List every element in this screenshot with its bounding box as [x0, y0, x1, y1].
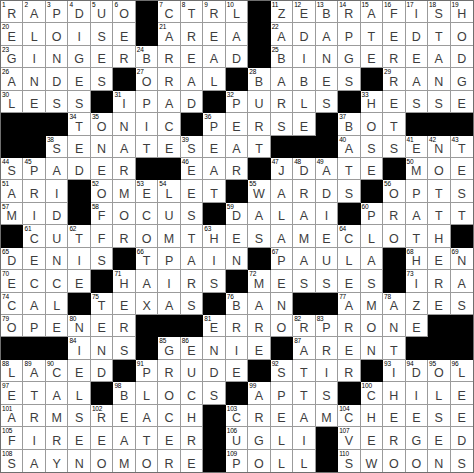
grid-cell[interactable]: N	[428, 68, 450, 90]
grid-cell[interactable]: P	[406, 180, 428, 202]
grid-cell[interactable]: 67P	[271, 248, 293, 270]
grid-cell[interactable]: 78A	[383, 293, 405, 315]
grid-cell[interactable]: C	[136, 203, 158, 225]
grid-cell[interactable]: 77A	[338, 293, 360, 315]
grid-cell[interactable]: 90C	[46, 360, 68, 382]
grid-cell[interactable]: S	[406, 91, 428, 113]
grid-cell[interactable]: E	[451, 382, 473, 404]
grid-cell[interactable]: A	[23, 450, 45, 472]
grid-cell[interactable]: S	[68, 91, 90, 113]
grid-cell[interactable]: R	[271, 91, 293, 113]
grid-cell[interactable]: 56O	[383, 180, 405, 202]
grid-cell[interactable]: 45P	[23, 158, 45, 180]
grid-cell[interactable]: 87A	[293, 337, 315, 359]
grid-cell[interactable]: O	[136, 450, 158, 472]
grid-cell[interactable]: P	[271, 382, 293, 404]
grid-cell[interactable]: S	[316, 91, 338, 113]
grid-cell[interactable]: C	[181, 382, 203, 404]
grid-cell[interactable]: R	[428, 270, 450, 292]
grid-cell[interactable]: R	[113, 158, 135, 180]
grid-cell[interactable]: O	[113, 203, 135, 225]
grid-cell[interactable]: O	[136, 225, 158, 247]
grid-cell[interactable]: L	[68, 382, 90, 404]
grid-cell[interactable]: 101A	[1, 405, 23, 427]
grid-cell[interactable]: L	[23, 23, 45, 45]
grid-cell[interactable]: S	[91, 68, 113, 90]
grid-cell[interactable]: I	[46, 180, 68, 202]
grid-cell[interactable]: S	[113, 337, 135, 359]
grid-cell[interactable]: L	[338, 248, 360, 270]
grid-cell[interactable]: I	[316, 360, 338, 382]
grid-cell[interactable]: E	[451, 405, 473, 427]
grid-cell[interactable]: U	[158, 203, 180, 225]
grid-cell[interactable]: I	[293, 427, 315, 449]
grid-cell[interactable]: I	[293, 46, 315, 68]
grid-cell[interactable]: R	[248, 405, 270, 427]
grid-cell[interactable]: T	[136, 136, 158, 158]
grid-cell[interactable]: R	[158, 68, 180, 90]
grid-cell[interactable]: D	[451, 427, 473, 449]
grid-cell[interactable]: 13B	[316, 1, 338, 23]
grid-cell[interactable]: H	[428, 225, 450, 247]
grid-cell[interactable]: S	[428, 405, 450, 427]
grid-cell[interactable]: E	[248, 337, 270, 359]
grid-cell[interactable]: I	[23, 203, 45, 225]
grid-cell[interactable]: M	[113, 180, 135, 202]
grid-cell[interactable]: H	[181, 405, 203, 427]
grid-cell[interactable]: 37B	[338, 113, 360, 135]
grid-cell[interactable]: R	[383, 427, 405, 449]
grid-cell[interactable]: R	[113, 315, 135, 337]
grid-cell[interactable]: G	[451, 68, 473, 90]
grid-cell[interactable]: G	[406, 427, 428, 449]
grid-cell[interactable]: G	[68, 46, 90, 68]
grid-cell[interactable]: T	[451, 203, 473, 225]
grid-cell[interactable]: B	[293, 68, 315, 90]
grid-cell[interactable]: 52O	[91, 180, 113, 202]
grid-cell[interactable]: R	[46, 427, 68, 449]
grid-cell[interactable]: O	[46, 23, 68, 45]
grid-cell[interactable]: 97E	[1, 382, 23, 404]
grid-cell[interactable]: 99A	[248, 382, 270, 404]
grid-cell[interactable]: S	[203, 270, 225, 292]
grid-cell[interactable]: T	[293, 382, 315, 404]
grid-cell[interactable]: 31I	[113, 91, 135, 113]
grid-cell[interactable]: T	[23, 382, 45, 404]
grid-cell[interactable]: C	[158, 405, 180, 427]
grid-cell[interactable]: T	[293, 360, 315, 382]
grid-cell[interactable]: S	[248, 225, 270, 247]
grid-cell[interactable]: L	[136, 382, 158, 404]
grid-cell[interactable]: C	[158, 113, 180, 135]
grid-cell[interactable]: N	[203, 337, 225, 359]
grid-cell[interactable]: O	[451, 23, 473, 45]
grid-cell[interactable]: P	[136, 91, 158, 113]
grid-cell[interactable]: I	[68, 248, 90, 270]
grid-cell[interactable]: 47J	[271, 158, 293, 180]
grid-cell[interactable]: E	[68, 427, 90, 449]
grid-cell[interactable]: 17I	[406, 1, 428, 23]
grid-cell[interactable]: 9R	[203, 1, 225, 23]
grid-cell[interactable]: D	[226, 46, 248, 68]
grid-cell[interactable]: R	[113, 46, 135, 68]
grid-cell[interactable]: N	[46, 248, 68, 270]
grid-cell[interactable]: T	[248, 136, 270, 158]
grid-cell[interactable]: 29R	[383, 68, 405, 90]
grid-cell[interactable]: A	[248, 203, 270, 225]
grid-cell[interactable]: N	[316, 46, 338, 68]
grid-cell[interactable]: E	[406, 315, 428, 337]
grid-cell[interactable]: A	[406, 68, 428, 90]
grid-cell[interactable]: M	[293, 225, 315, 247]
grid-cell[interactable]: 46E	[181, 158, 203, 180]
grid-cell[interactable]: E	[23, 91, 45, 113]
grid-cell[interactable]: S	[181, 293, 203, 315]
grid-cell[interactable]: C	[46, 270, 68, 292]
grid-cell[interactable]: S	[338, 68, 360, 90]
grid-cell[interactable]: 61C	[23, 225, 45, 247]
grid-cell[interactable]: O	[383, 450, 405, 472]
grid-cell[interactable]: H	[383, 382, 405, 404]
grid-cell[interactable]: 6O	[113, 1, 135, 23]
grid-cell[interactable]: E	[91, 158, 113, 180]
grid-cell[interactable]: 88L	[1, 360, 23, 382]
grid-cell[interactable]: 33H	[361, 91, 383, 113]
grid-cell[interactable]: 73I	[406, 270, 428, 292]
grid-cell[interactable]: I	[68, 23, 90, 45]
grid-cell[interactable]: E	[293, 113, 315, 135]
grid-cell[interactable]: 20E	[1, 23, 23, 45]
grid-cell[interactable]: 50M	[406, 158, 428, 180]
grid-cell[interactable]: E	[181, 46, 203, 68]
grid-cell[interactable]: 32P	[226, 91, 248, 113]
grid-cell[interactable]: O	[158, 382, 180, 404]
grid-cell[interactable]: E	[406, 405, 428, 427]
grid-cell[interactable]: 81E	[203, 315, 225, 337]
grid-cell[interactable]: I	[158, 270, 180, 292]
grid-cell[interactable]: 43T	[451, 136, 473, 158]
grid-cell[interactable]: R	[316, 337, 338, 359]
grid-cell[interactable]: E	[451, 91, 473, 113]
grid-cell[interactable]: T	[361, 23, 383, 45]
grid-cell[interactable]: C	[23, 270, 45, 292]
grid-cell[interactable]: U	[248, 91, 270, 113]
grid-cell[interactable]: D	[203, 360, 225, 382]
grid-cell[interactable]: 75T	[91, 293, 113, 315]
grid-cell[interactable]: T	[383, 337, 405, 359]
grid-cell[interactable]: 1R	[1, 1, 23, 23]
grid-cell[interactable]: R	[338, 315, 360, 337]
grid-cell[interactable]: S	[451, 180, 473, 202]
grid-cell[interactable]: 98B	[113, 382, 135, 404]
grid-cell[interactable]: U	[181, 360, 203, 382]
grid-cell[interactable]: E	[428, 248, 450, 270]
grid-cell[interactable]: T	[136, 427, 158, 449]
grid-cell[interactable]: 106U	[226, 427, 248, 449]
grid-cell[interactable]: 76B	[226, 293, 248, 315]
grid-cell[interactable]: U	[316, 248, 338, 270]
grid-cell[interactable]: N	[23, 68, 45, 90]
grid-cell[interactable]: E	[361, 158, 383, 180]
grid-cell[interactable]: 69N	[451, 248, 473, 270]
grid-cell[interactable]: D	[293, 23, 315, 45]
grid-cell[interactable]: N	[68, 450, 90, 472]
grid-cell[interactable]: E	[406, 46, 428, 68]
grid-cell[interactable]: N	[361, 337, 383, 359]
grid-cell[interactable]: L	[293, 450, 315, 472]
grid-cell[interactable]: 64C	[338, 225, 360, 247]
grid-cell[interactable]: 102R	[91, 405, 113, 427]
grid-cell[interactable]: A	[23, 293, 45, 315]
grid-cell[interactable]: A	[293, 203, 315, 225]
grid-cell[interactable]: 53E	[136, 180, 158, 202]
grid-cell[interactable]: 104C	[338, 405, 360, 427]
grid-cell[interactable]: L	[428, 382, 450, 404]
grid-cell[interactable]: R	[113, 225, 135, 247]
grid-cell[interactable]: E	[23, 248, 45, 270]
grid-cell[interactable]: 107V	[338, 427, 360, 449]
grid-cell[interactable]: A	[451, 270, 473, 292]
grid-cell[interactable]: N	[46, 46, 68, 68]
grid-cell[interactable]: D	[406, 23, 428, 45]
grid-cell[interactable]: 71H	[113, 270, 135, 292]
grid-cell[interactable]: E	[428, 427, 450, 449]
grid-cell[interactable]: A	[181, 68, 203, 90]
grid-cell[interactable]: 86E	[181, 337, 203, 359]
grid-cell[interactable]: N	[91, 136, 113, 158]
grid-cell[interactable]: E	[451, 158, 473, 180]
grid-cell[interactable]: A	[113, 136, 135, 158]
grid-cell[interactable]: A	[293, 248, 315, 270]
grid-cell[interactable]: 15A	[361, 1, 383, 23]
grid-cell[interactable]: A	[271, 225, 293, 247]
grid-cell[interactable]: S	[338, 180, 360, 202]
grid-cell[interactable]: E	[226, 113, 248, 135]
grid-cell[interactable]: I	[23, 46, 45, 68]
grid-cell[interactable]: G	[248, 427, 270, 449]
grid-cell[interactable]: 91P	[136, 360, 158, 382]
grid-cell[interactable]: E	[158, 136, 180, 158]
grid-cell[interactable]: 108S	[1, 450, 23, 472]
grid-cell[interactable]: 2A	[23, 1, 45, 23]
grid-cell[interactable]: S	[68, 405, 90, 427]
grid-cell[interactable]: R	[23, 180, 45, 202]
grid-cell[interactable]: 41E	[406, 136, 428, 158]
grid-cell[interactable]: Y	[46, 450, 68, 472]
grid-cell[interactable]: E	[91, 315, 113, 337]
grid-cell[interactable]: E	[271, 270, 293, 292]
grid-cell[interactable]: I	[316, 203, 338, 225]
grid-cell[interactable]: 74C	[1, 293, 23, 315]
grid-cell[interactable]: A	[293, 405, 315, 427]
grid-cell[interactable]: W	[361, 450, 383, 472]
grid-cell[interactable]: D	[181, 91, 203, 113]
grid-cell[interactable]: I	[23, 427, 45, 449]
grid-cell[interactable]: T	[383, 113, 405, 135]
grid-cell[interactable]: A	[248, 293, 270, 315]
grid-cell[interactable]: 62T	[68, 225, 90, 247]
grid-cell[interactable]: E	[68, 68, 90, 90]
grid-cell[interactable]: O	[91, 450, 113, 472]
grid-cell[interactable]: 85G	[158, 337, 180, 359]
grid-cell[interactable]: S	[451, 293, 473, 315]
grid-cell[interactable]: S	[91, 248, 113, 270]
grid-cell[interactable]: E	[338, 337, 360, 359]
grid-cell[interactable]: I	[406, 382, 428, 404]
grid-cell[interactable]: 3P	[46, 1, 68, 23]
grid-cell[interactable]: N	[91, 337, 113, 359]
grid-cell[interactable]: L	[293, 91, 315, 113]
grid-cell[interactable]: I	[226, 337, 248, 359]
grid-cell[interactable]: 39S	[181, 136, 203, 158]
grid-cell[interactable]: O	[406, 450, 428, 472]
grid-cell[interactable]: S	[181, 203, 203, 225]
grid-cell[interactable]: 24B	[136, 46, 158, 68]
grid-cell[interactable]: 26A	[1, 68, 23, 90]
grid-cell[interactable]: E	[316, 68, 338, 90]
grid-cell[interactable]: A	[158, 293, 180, 315]
grid-cell[interactable]: N	[113, 113, 135, 135]
grid-cell[interactable]: 11Z	[271, 1, 293, 23]
grid-cell[interactable]: 59D	[226, 203, 248, 225]
grid-cell[interactable]: 54L	[158, 180, 180, 202]
grid-cell[interactable]: 40A	[338, 136, 360, 158]
grid-cell[interactable]: 38S	[46, 136, 68, 158]
grid-cell[interactable]: 4D	[68, 1, 90, 23]
grid-cell[interactable]: E	[113, 23, 135, 45]
grid-cell[interactable]: S	[451, 450, 473, 472]
grid-cell[interactable]: R	[158, 360, 180, 382]
grid-cell[interactable]: E	[181, 450, 203, 472]
grid-cell[interactable]: E	[361, 427, 383, 449]
grid-cell[interactable]: A	[406, 203, 428, 225]
grid-cell[interactable]: 28B	[248, 68, 270, 90]
grid-cell[interactable]: T	[203, 180, 225, 202]
grid-cell[interactable]: O	[383, 225, 405, 247]
grid-cell[interactable]: D	[451, 46, 473, 68]
grid-cell[interactable]: 63H	[203, 225, 225, 247]
grid-cell[interactable]: 44S	[1, 158, 23, 180]
grid-cell[interactable]: 30L	[1, 91, 23, 113]
grid-cell[interactable]: 100C	[361, 382, 383, 404]
grid-cell[interactable]: R	[181, 270, 203, 292]
grid-cell[interactable]: 51A	[1, 180, 23, 202]
grid-cell[interactable]: L	[361, 225, 383, 247]
grid-cell[interactable]: 68H	[406, 248, 428, 270]
grid-cell[interactable]: R	[226, 158, 248, 180]
grid-cell[interactable]: D	[46, 203, 68, 225]
grid-cell[interactable]: A	[271, 180, 293, 202]
grid-cell[interactable]: S	[293, 270, 315, 292]
grid-cell[interactable]: N	[428, 450, 450, 472]
grid-cell[interactable]: S	[203, 382, 225, 404]
grid-cell[interactable]: L	[271, 203, 293, 225]
grid-cell[interactable]: E	[68, 360, 90, 382]
grid-cell[interactable]: 36P	[203, 113, 225, 135]
grid-cell[interactable]: T	[428, 180, 450, 202]
grid-cell[interactable]: E	[338, 270, 360, 292]
grid-cell[interactable]: O	[248, 450, 270, 472]
grid-cell[interactable]: S	[361, 270, 383, 292]
grid-cell[interactable]: R	[383, 46, 405, 68]
grid-cell[interactable]: 70E	[1, 270, 23, 292]
grid-cell[interactable]: R	[248, 315, 270, 337]
grid-cell[interactable]: O	[361, 113, 383, 135]
grid-cell[interactable]: 110S	[338, 450, 360, 472]
grid-cell[interactable]: T	[406, 225, 428, 247]
grid-cell[interactable]: 7C	[158, 1, 180, 23]
grid-cell[interactable]: E	[383, 91, 405, 113]
grid-cell[interactable]: 34T	[68, 113, 90, 135]
grid-cell[interactable]: 83P	[316, 315, 338, 337]
grid-cell[interactable]: 5U	[91, 1, 113, 23]
grid-cell[interactable]: P	[158, 248, 180, 270]
grid-cell[interactable]: 82R	[293, 315, 315, 337]
grid-cell[interactable]: 103C	[226, 405, 248, 427]
grid-cell[interactable]: E	[91, 427, 113, 449]
grid-cell[interactable]: E	[91, 46, 113, 68]
grid-cell[interactable]: S	[46, 91, 68, 113]
grid-cell[interactable]: O	[271, 315, 293, 337]
grid-cell[interactable]: H	[361, 405, 383, 427]
grid-cell[interactable]: 25B	[271, 46, 293, 68]
grid-cell[interactable]: E	[203, 136, 225, 158]
grid-cell[interactable]: 66T	[136, 248, 158, 270]
grid-cell[interactable]: G	[338, 46, 360, 68]
grid-cell[interactable]: 35O	[91, 113, 113, 135]
grid-cell[interactable]: M	[46, 405, 68, 427]
grid-cell[interactable]: E	[226, 225, 248, 247]
grid-cell[interactable]: A	[136, 270, 158, 292]
grid-cell[interactable]: E	[158, 427, 180, 449]
grid-cell[interactable]: 89A	[23, 360, 45, 382]
grid-cell[interactable]: O	[361, 315, 383, 337]
grid-cell[interactable]: T	[428, 203, 450, 225]
grid-cell[interactable]: P	[23, 315, 45, 337]
grid-cell[interactable]: 18S	[428, 1, 450, 23]
grid-cell[interactable]: 8T	[181, 1, 203, 23]
grid-cell[interactable]: S	[383, 136, 405, 158]
grid-cell[interactable]: E	[383, 23, 405, 45]
grid-cell[interactable]: E	[46, 315, 68, 337]
grid-cell[interactable]: 23G	[1, 46, 23, 68]
grid-cell[interactable]: A	[361, 248, 383, 270]
grid-cell[interactable]: O	[428, 158, 450, 180]
grid-cell[interactable]: E	[68, 270, 90, 292]
grid-cell[interactable]: D	[46, 68, 68, 90]
grid-cell[interactable]: 80N	[68, 315, 90, 337]
grid-cell[interactable]: R	[293, 180, 315, 202]
grid-cell[interactable]: E	[113, 293, 135, 315]
grid-cell[interactable]: 14R	[338, 1, 360, 23]
grid-cell[interactable]: T	[338, 158, 360, 180]
grid-cell[interactable]: F	[91, 225, 113, 247]
grid-cell[interactable]: E	[271, 405, 293, 427]
grid-cell[interactable]: 65D	[1, 248, 23, 270]
grid-cell[interactable]: M	[158, 225, 180, 247]
grid-cell[interactable]: X	[136, 293, 158, 315]
grid-cell[interactable]: R	[181, 427, 203, 449]
grid-cell[interactable]: A	[136, 405, 158, 427]
grid-cell[interactable]: E	[203, 23, 225, 45]
grid-cell[interactable]: E	[113, 405, 135, 427]
grid-cell[interactable]: R	[338, 360, 360, 382]
grid-cell[interactable]: 48D	[293, 158, 315, 180]
grid-cell[interactable]: M	[361, 293, 383, 315]
grid-cell[interactable]: L	[271, 427, 293, 449]
grid-cell[interactable]: 49A	[316, 158, 338, 180]
grid-cell[interactable]: A	[271, 68, 293, 90]
